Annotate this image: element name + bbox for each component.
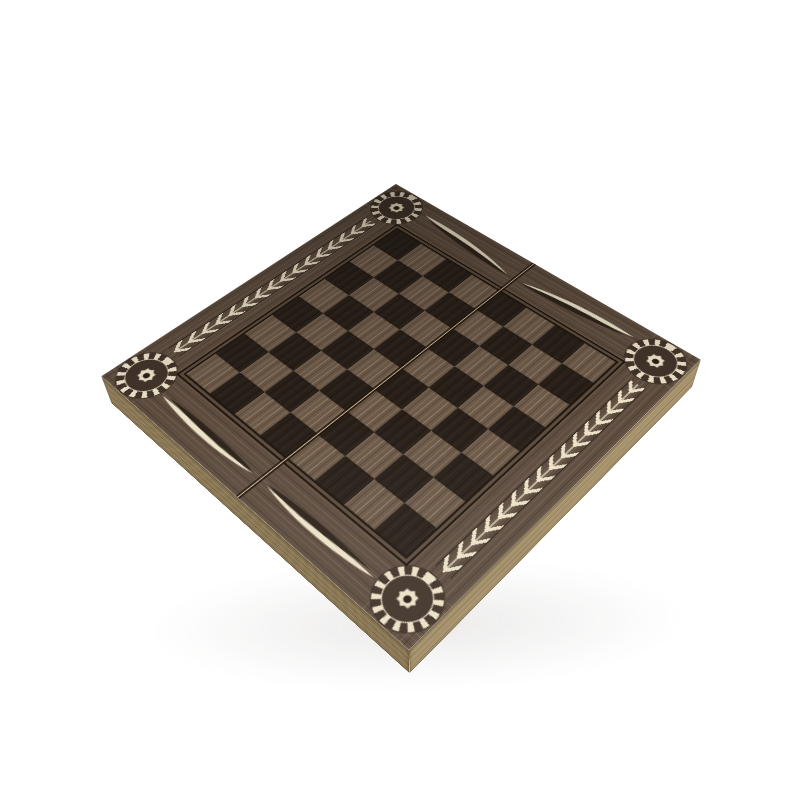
square-d1[interactable] (260, 413, 317, 458)
braid-stem-line (442, 384, 638, 573)
square-c2[interactable] (265, 371, 320, 413)
square-d3[interactable] (319, 370, 374, 412)
square-c1[interactable] (235, 392, 291, 435)
photo-background (0, 0, 800, 800)
square-e4[interactable] (374, 368, 429, 409)
square-b1[interactable] (210, 373, 265, 415)
spear-inlay-bottom-left (156, 387, 260, 483)
board-rotation-wrapper (0, 0, 800, 800)
square-h2[interactable] (405, 477, 466, 528)
square-g4[interactable] (431, 408, 488, 453)
square-g2[interactable] (374, 454, 433, 503)
square-f2[interactable] (345, 432, 403, 479)
square-h3[interactable] (434, 453, 493, 502)
square-e2[interactable] (317, 411, 374, 456)
square-f4[interactable] (402, 388, 458, 431)
square-h1[interactable] (375, 503, 437, 556)
square-g1[interactable] (344, 479, 405, 530)
square-g5[interactable] (458, 386, 514, 429)
square-g6[interactable] (484, 365, 539, 406)
square-h7[interactable] (538, 363, 593, 404)
chevron-braid-inlay-right (435, 380, 645, 579)
square-f1[interactable] (315, 456, 374, 505)
square-f5[interactable] (429, 366, 484, 407)
square-g3[interactable] (403, 431, 461, 478)
square-d2[interactable] (290, 391, 346, 434)
square-e3[interactable] (346, 389, 402, 432)
square-h5[interactable] (488, 406, 545, 451)
square-f3[interactable] (374, 409, 431, 454)
square-h6[interactable] (514, 385, 570, 428)
square-h4[interactable] (462, 429, 520, 476)
square-e1[interactable] (287, 434, 345, 481)
